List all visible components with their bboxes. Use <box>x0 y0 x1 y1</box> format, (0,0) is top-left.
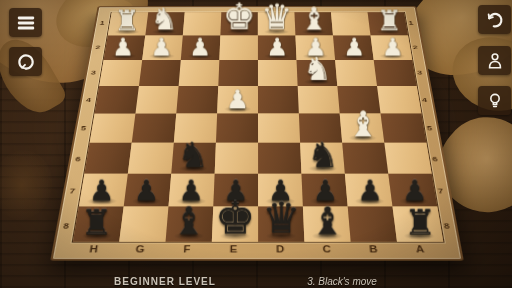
square-c3[interactable]: ♞ <box>297 60 338 86</box>
square-h8[interactable]: ♜ <box>73 207 124 242</box>
file-label-b: B <box>350 244 398 254</box>
square-e2[interactable] <box>219 36 258 61</box>
square-g3[interactable] <box>139 60 181 86</box>
square-d5[interactable] <box>258 114 300 143</box>
square-b5[interactable]: ♝ <box>340 114 385 143</box>
square-h6[interactable] <box>84 143 131 174</box>
chess-board: ♜♞♚♛♝♜♟♟♟♟♟♟♟♞♟♝♞♞♟♟♟♟♟♟♟♟♜♝♚♛♝♜ HGFEDCB… <box>50 6 464 260</box>
restart-icon <box>16 52 36 72</box>
white-rook-a1[interactable]: ♜ <box>370 6 407 34</box>
white-bishop-b5[interactable]: ♝ <box>342 106 384 141</box>
square-g5[interactable] <box>132 114 177 143</box>
black-knight-f6[interactable]: ♞ <box>171 137 214 172</box>
level-label: BEGINNER LEVEL <box>85 276 245 288</box>
file-label-h: H <box>70 244 118 254</box>
white-bishop-c1[interactable]: ♝ <box>295 3 332 34</box>
square-d4[interactable] <box>258 86 299 113</box>
restart-button[interactable] <box>9 47 42 76</box>
black-bishop-c8[interactable]: ♝ <box>304 202 350 240</box>
square-e6[interactable] <box>215 143 258 174</box>
white-pawn-d2[interactable]: ♟ <box>258 34 297 58</box>
white-pawn-g2[interactable]: ♟ <box>142 34 181 58</box>
square-b7[interactable]: ♟ <box>345 174 393 207</box>
square-c6[interactable]: ♞ <box>300 143 345 174</box>
file-label-e: E <box>210 244 257 254</box>
square-d6[interactable] <box>258 143 301 174</box>
square-b8[interactable] <box>348 207 397 242</box>
black-bishop-f8[interactable]: ♝ <box>166 202 212 240</box>
square-f4[interactable] <box>176 86 218 113</box>
white-queen-d1[interactable]: ♛ <box>258 0 295 34</box>
black-king-e8[interactable]: ♚ <box>212 195 258 240</box>
square-e3[interactable] <box>218 60 258 86</box>
undo-button[interactable] <box>478 5 511 34</box>
white-king-e1[interactable]: ♚ <box>220 0 257 34</box>
square-e1[interactable]: ♚ <box>220 12 258 35</box>
person-icon <box>485 51 505 71</box>
player-button[interactable] <box>478 46 511 75</box>
square-f6[interactable]: ♞ <box>171 143 216 174</box>
square-a8[interactable]: ♜ <box>393 207 444 242</box>
square-d3[interactable] <box>258 60 298 86</box>
white-pawn-e4[interactable]: ♟ <box>217 86 258 112</box>
black-queen-d8[interactable]: ♛ <box>258 197 304 240</box>
file-label-d: D <box>257 244 304 254</box>
hint-button[interactable] <box>478 86 511 115</box>
white-pawn-a2[interactable]: ♟ <box>374 34 413 58</box>
white-rook-h1[interactable]: ♜ <box>108 6 145 34</box>
square-f2[interactable]: ♟ <box>181 36 221 61</box>
square-a3[interactable] <box>374 60 417 86</box>
square-a5[interactable] <box>381 114 427 143</box>
white-pawn-b2[interactable]: ♟ <box>335 34 374 58</box>
black-rook-a8[interactable]: ♜ <box>397 205 443 240</box>
square-e4[interactable]: ♟ <box>217 86 258 113</box>
white-pawn-h2[interactable]: ♟ <box>104 34 143 58</box>
square-f8[interactable]: ♝ <box>166 207 214 242</box>
square-c8[interactable]: ♝ <box>303 207 351 242</box>
square-e5[interactable] <box>216 114 258 143</box>
hamburger-menu-icon <box>16 14 36 32</box>
square-h3[interactable] <box>99 60 142 86</box>
square-b6[interactable] <box>342 143 388 174</box>
file-label-a: A <box>396 244 444 254</box>
file-labels: HGFEDCBA <box>69 243 444 256</box>
square-a6[interactable] <box>384 143 431 174</box>
chess-app-screen: ♜♞♚♛♝♜♟♟♟♟♟♟♟♞♟♝♞♞♟♟♟♟♟♟♟♟♜♝♚♛♝♜ HGFEDCB… <box>0 0 512 288</box>
square-g2[interactable]: ♟ <box>142 36 183 61</box>
black-rook-h8[interactable]: ♜ <box>73 205 119 240</box>
white-knight-g1[interactable]: ♞ <box>145 4 182 34</box>
white-pawn-f2[interactable]: ♟ <box>181 34 220 58</box>
black-pawn-g7[interactable]: ♟ <box>124 177 169 205</box>
square-h4[interactable] <box>95 86 139 113</box>
file-label-f: F <box>163 244 210 254</box>
square-g7[interactable]: ♟ <box>124 174 172 207</box>
board-scene: ♜♞♚♛♝♜♟♟♟♟♟♟♟♞♟♝♞♞♟♟♟♟♟♟♟♟♜♝♚♛♝♜ HGFEDCB… <box>0 0 512 288</box>
menu-button[interactable] <box>9 8 42 37</box>
square-b3[interactable] <box>335 60 377 86</box>
black-knight-c6[interactable]: ♞ <box>301 137 344 172</box>
move-indicator: 3. Black's move <box>262 276 422 288</box>
file-label-c: C <box>303 244 350 254</box>
undo-arrow-icon <box>485 10 505 30</box>
square-b2[interactable]: ♟ <box>333 36 374 61</box>
square-e8[interactable]: ♚ <box>212 207 258 242</box>
square-d2[interactable]: ♟ <box>258 36 297 61</box>
white-knight-c3[interactable]: ♞ <box>298 53 338 85</box>
square-g6[interactable] <box>128 143 174 174</box>
lightbulb-icon <box>485 91 505 111</box>
square-c4[interactable] <box>298 86 340 113</box>
square-h5[interactable] <box>90 114 136 143</box>
black-pawn-b7[interactable]: ♟ <box>348 177 393 205</box>
square-a2[interactable]: ♟ <box>371 36 413 61</box>
square-h2[interactable]: ♟ <box>104 36 146 61</box>
board-grid: ♜♞♚♛♝♜♟♟♟♟♟♟♟♞♟♝♞♞♟♟♟♟♟♟♟♟♜♝♚♛♝♜ <box>72 12 445 243</box>
file-label-g: G <box>117 244 165 254</box>
board-frame: ♜♞♚♛♝♜♟♟♟♟♟♟♟♞♟♝♞♞♟♟♟♟♟♟♟♟♜♝♚♛♝♜ HGFEDCB… <box>50 6 464 260</box>
square-g4[interactable] <box>135 86 178 113</box>
square-d8[interactable]: ♛ <box>258 207 304 242</box>
square-f3[interactable] <box>179 60 220 86</box>
square-g8[interactable] <box>119 207 168 242</box>
